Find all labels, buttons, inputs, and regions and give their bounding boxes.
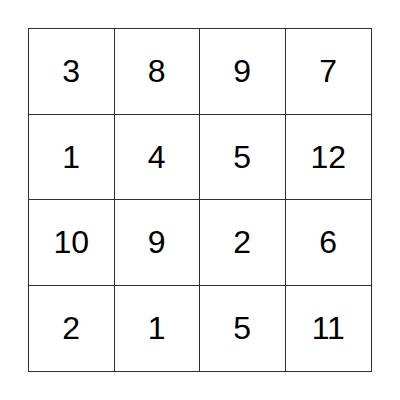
grid-cell-r1c1[interactable]: 3 [29,29,115,115]
grid-cell-r2c2[interactable]: 4 [115,115,201,201]
grid-cell-r3c4[interactable]: 6 [286,200,372,286]
grid-cell-r2c4[interactable]: 12 [286,115,372,201]
board-container: 3897145121092621511 [28,28,372,372]
grid-cell-r4c4[interactable]: 11 [286,286,372,372]
grid-cell-r3c2[interactable]: 9 [115,200,201,286]
grid-cell-r4c3[interactable]: 5 [200,286,286,372]
grid-cell-r4c2[interactable]: 1 [115,286,201,372]
grid-cell-r2c1[interactable]: 1 [29,115,115,201]
grid-cell-r3c1[interactable]: 10 [29,200,115,286]
grid-cell-r1c2[interactable]: 8 [115,29,201,115]
number-grid: 3897145121092621511 [28,28,372,372]
grid-cell-r4c1[interactable]: 2 [29,286,115,372]
grid-cell-r1c3[interactable]: 9 [200,29,286,115]
grid-cell-r3c3[interactable]: 2 [200,200,286,286]
grid-cell-r1c4[interactable]: 7 [286,29,372,115]
grid-cell-r2c3[interactable]: 5 [200,115,286,201]
